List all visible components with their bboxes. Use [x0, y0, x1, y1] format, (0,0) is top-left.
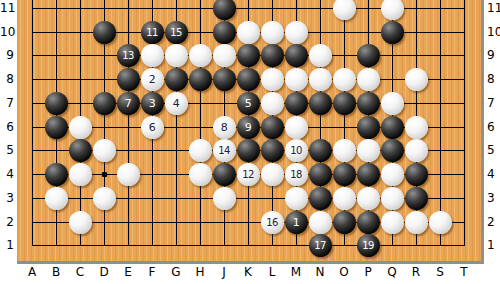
- column-label: R: [408, 265, 424, 279]
- stone-white: [405, 116, 428, 139]
- move-number: 6: [149, 122, 156, 133]
- stone-white: [381, 92, 404, 115]
- stone-white: [309, 44, 332, 67]
- stone-white: [333, 139, 356, 162]
- stone-black: [333, 211, 356, 234]
- stone-black: 17: [309, 234, 332, 257]
- row-label-left: 5: [0, 143, 14, 157]
- stone-black: 5: [237, 92, 260, 115]
- row-label-right: 6: [487, 120, 500, 134]
- stone-white: [45, 187, 68, 210]
- stone-black: [213, 21, 236, 44]
- row-label-left: 2: [0, 215, 14, 229]
- stone-black: [381, 139, 404, 162]
- row-label-left: 11: [0, 1, 14, 15]
- stone-black: 11: [141, 21, 164, 44]
- column-label: M: [288, 265, 304, 279]
- stone-black: 1: [285, 211, 308, 234]
- move-number: 7: [125, 98, 132, 109]
- stone-white: [69, 211, 92, 234]
- stone-black: [285, 92, 308, 115]
- move-number: 11: [146, 27, 158, 38]
- stone-white: [117, 163, 140, 186]
- stone-white: [69, 116, 92, 139]
- grid-line-vertical: [200, 0, 201, 246]
- stone-black: [309, 92, 332, 115]
- stone-white: 2: [141, 68, 164, 91]
- stone-black: [333, 92, 356, 115]
- stone-black: [405, 163, 428, 186]
- stone-white: 10: [285, 139, 308, 162]
- row-label-left: 10: [0, 25, 14, 39]
- stone-white: [405, 68, 428, 91]
- row-label-right: 3: [487, 191, 500, 205]
- row-label-right: 11: [487, 1, 500, 15]
- stone-black: [309, 139, 332, 162]
- stone-black: 15: [165, 21, 188, 44]
- column-label: E: [120, 265, 136, 279]
- row-label-right: 7: [487, 96, 500, 110]
- column-label: P: [360, 265, 376, 279]
- row-label-left: 4: [0, 167, 14, 181]
- stone-white: 16: [261, 211, 284, 234]
- stone-white: [213, 187, 236, 210]
- stone-white: 18: [285, 163, 308, 186]
- column-label: N: [312, 265, 328, 279]
- grid-line-vertical: [128, 0, 129, 246]
- stone-white: [333, 0, 356, 20]
- stone-white: [165, 44, 188, 67]
- stone-black: [357, 44, 380, 67]
- stone-white: [405, 139, 428, 162]
- stone-black: 19: [357, 234, 380, 257]
- stone-black: [381, 21, 404, 44]
- stone-white: [261, 21, 284, 44]
- stone-black: 13: [117, 44, 140, 67]
- stone-white: [285, 187, 308, 210]
- move-number: 1: [293, 217, 300, 228]
- column-label: B: [48, 265, 64, 279]
- row-label-right: 2: [487, 215, 500, 229]
- stone-black: [117, 68, 140, 91]
- stone-white: 4: [165, 92, 188, 115]
- stone-black: [357, 92, 380, 115]
- stone-white: [285, 21, 308, 44]
- stone-black: [213, 68, 236, 91]
- stone-white: [261, 163, 284, 186]
- stone-black: [357, 116, 380, 139]
- move-number: 13: [122, 50, 134, 61]
- column-label: K: [240, 265, 256, 279]
- move-number: 10: [290, 145, 302, 156]
- stone-white: 8: [213, 116, 236, 139]
- stone-black: [285, 44, 308, 67]
- row-label-right: 1: [487, 238, 500, 252]
- stone-white: [357, 68, 380, 91]
- stone-black: [309, 187, 332, 210]
- stone-black: [381, 116, 404, 139]
- move-number: 17: [314, 240, 326, 251]
- column-label: A: [24, 265, 40, 279]
- stone-white: [333, 68, 356, 91]
- stone-black: [93, 92, 116, 115]
- move-number: 12: [242, 169, 254, 180]
- stone-black: [261, 139, 284, 162]
- column-label: T: [456, 265, 472, 279]
- move-number: 2: [149, 74, 156, 85]
- stone-black: [69, 139, 92, 162]
- column-label: C: [72, 265, 88, 279]
- stone-black: [213, 0, 236, 20]
- star-point: [102, 172, 107, 177]
- column-label: L: [264, 265, 280, 279]
- grid-line-vertical: [440, 0, 441, 246]
- column-label: H: [192, 265, 208, 279]
- column-label: S: [432, 265, 448, 279]
- stone-white: [93, 139, 116, 162]
- stone-white: 6: [141, 116, 164, 139]
- stone-white: [309, 68, 332, 91]
- stone-black: [237, 68, 260, 91]
- stone-white: [189, 139, 212, 162]
- stone-white: [69, 163, 92, 186]
- stone-white: [93, 187, 116, 210]
- stone-black: [45, 163, 68, 186]
- stone-white: [405, 211, 428, 234]
- stone-white: [357, 139, 380, 162]
- column-label: J: [216, 265, 232, 279]
- stone-white: [189, 44, 212, 67]
- move-number: 19: [362, 240, 374, 251]
- grid-line-vertical: [32, 0, 33, 246]
- stone-black: [237, 44, 260, 67]
- stone-white: [381, 187, 404, 210]
- move-number: 16: [266, 217, 278, 228]
- go-board[interactable]: 11151327345689141012181611719: [17, 0, 484, 264]
- stone-white: 12: [237, 163, 260, 186]
- stone-white: [357, 187, 380, 210]
- row-label-left: 3: [0, 191, 14, 205]
- move-number: 5: [245, 98, 252, 109]
- stone-black: [45, 116, 68, 139]
- row-label-left: 8: [0, 72, 14, 86]
- column-label: G: [168, 265, 184, 279]
- stone-black: [93, 21, 116, 44]
- stone-black: [261, 116, 284, 139]
- move-number: 9: [245, 122, 252, 133]
- stone-black: 3: [141, 92, 164, 115]
- go-board-diagram: 11151327345689141012181611719 1111101099…: [0, 0, 500, 284]
- stone-black: [237, 139, 260, 162]
- stone-white: [261, 68, 284, 91]
- move-number: 8: [221, 122, 228, 133]
- stone-white: [261, 92, 284, 115]
- grid-line-vertical: [464, 0, 465, 246]
- row-label-right: 8: [487, 72, 500, 86]
- stone-black: [45, 92, 68, 115]
- stone-black: [405, 187, 428, 210]
- stone-black: [189, 68, 212, 91]
- column-label: O: [336, 265, 352, 279]
- stone-black: [357, 163, 380, 186]
- stone-white: [381, 211, 404, 234]
- stone-white: [381, 163, 404, 186]
- stone-white: [141, 44, 164, 67]
- stone-white: [285, 116, 308, 139]
- stone-black: [357, 211, 380, 234]
- row-label-left: 1: [0, 238, 14, 252]
- move-number: 18: [290, 169, 302, 180]
- column-label: D: [96, 265, 112, 279]
- stone-white: [189, 163, 212, 186]
- move-number: 14: [218, 145, 230, 156]
- row-label-left: 7: [0, 96, 14, 110]
- stone-black: [165, 68, 188, 91]
- stone-white: [285, 68, 308, 91]
- row-label-left: 6: [0, 120, 14, 134]
- row-label-right: 5: [487, 143, 500, 157]
- stone-black: [333, 163, 356, 186]
- move-number: 15: [170, 27, 182, 38]
- move-number: 3: [149, 98, 156, 109]
- row-label-right: 4: [487, 167, 500, 181]
- move-number: 4: [173, 98, 180, 109]
- stone-black: [309, 163, 332, 186]
- stone-black: [213, 163, 236, 186]
- stone-white: [381, 0, 404, 20]
- stone-white: [429, 211, 452, 234]
- stone-white: [309, 211, 332, 234]
- stone-black: [261, 44, 284, 67]
- column-label: Q: [384, 265, 400, 279]
- stone-white: [333, 187, 356, 210]
- stone-white: [213, 44, 236, 67]
- stone-black: 7: [117, 92, 140, 115]
- stone-black: 9: [237, 116, 260, 139]
- stone-white: [237, 21, 260, 44]
- column-label: F: [144, 265, 160, 279]
- stone-white: 14: [213, 139, 236, 162]
- grid-line-horizontal: [32, 245, 465, 246]
- row-label-right: 10: [487, 25, 500, 39]
- row-label-right: 9: [487, 48, 500, 62]
- row-label-left: 9: [0, 48, 14, 62]
